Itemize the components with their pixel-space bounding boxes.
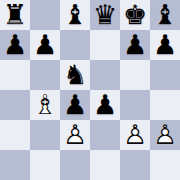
- black-pawn-c5[interactable]: ♟: [60, 90, 90, 120]
- square-e7[interactable]: ♟: [120, 30, 150, 60]
- square-d3[interactable]: [90, 150, 120, 180]
- square-c5[interactable]: ♟: [60, 90, 90, 120]
- square-d4[interactable]: [90, 120, 120, 150]
- square-f5[interactable]: [150, 90, 180, 120]
- black-bishop-c8[interactable]: ♝: [60, 0, 90, 30]
- square-d7[interactable]: [90, 30, 120, 60]
- black-knight-c6[interactable]: ♞: [60, 60, 90, 90]
- square-f6[interactable]: [150, 60, 180, 90]
- white-pawn-e4[interactable]: ♟♙: [120, 120, 150, 150]
- square-c7[interactable]: [60, 30, 90, 60]
- square-e4[interactable]: ♟♙: [120, 120, 150, 150]
- square-e3[interactable]: [120, 150, 150, 180]
- square-d8[interactable]: ♛: [90, 0, 120, 30]
- square-e5[interactable]: [120, 90, 150, 120]
- square-b3[interactable]: [30, 150, 60, 180]
- square-a6[interactable]: [0, 60, 30, 90]
- square-c4[interactable]: ♟♙: [60, 120, 90, 150]
- black-rook-a8[interactable]: ♜: [0, 0, 30, 30]
- square-b8[interactable]: [30, 0, 60, 30]
- piece-outline: ♙: [60, 120, 90, 150]
- square-d5[interactable]: ♟: [90, 90, 120, 120]
- square-a5[interactable]: [0, 90, 30, 120]
- square-b6[interactable]: [30, 60, 60, 90]
- white-pawn-f4[interactable]: ♟♙: [150, 120, 180, 150]
- black-pawn-a7[interactable]: ♟: [0, 30, 30, 60]
- black-pawn-d5[interactable]: ♟: [90, 90, 120, 120]
- square-f8[interactable]: ♝: [150, 0, 180, 30]
- square-a8[interactable]: ♜: [0, 0, 30, 30]
- black-pawn-b7[interactable]: ♟: [30, 30, 60, 60]
- chess-board: ♜♝♛♚♝♟♟♟♟♞♝♗♟♟♟♙♟♙♟♙: [0, 0, 180, 180]
- white-bishop-b5[interactable]: ♝♗: [30, 90, 60, 120]
- square-a3[interactable]: [0, 150, 30, 180]
- square-b4[interactable]: [30, 120, 60, 150]
- square-f3[interactable]: [150, 150, 180, 180]
- square-c8[interactable]: ♝: [60, 0, 90, 30]
- square-a4[interactable]: [0, 120, 30, 150]
- black-king-e8[interactable]: ♚: [120, 0, 150, 30]
- square-b7[interactable]: ♟: [30, 30, 60, 60]
- white-pawn-c4[interactable]: ♟♙: [60, 120, 90, 150]
- square-c3[interactable]: [60, 150, 90, 180]
- piece-outline: ♙: [120, 120, 150, 150]
- square-d6[interactable]: [90, 60, 120, 90]
- piece-outline: ♙: [150, 120, 180, 150]
- square-c6[interactable]: ♞: [60, 60, 90, 90]
- piece-outline: ♗: [30, 90, 60, 120]
- square-f7[interactable]: ♟: [150, 30, 180, 60]
- square-b5[interactable]: ♝♗: [30, 90, 60, 120]
- black-pawn-f7[interactable]: ♟: [150, 30, 180, 60]
- square-e6[interactable]: [120, 60, 150, 90]
- square-e8[interactable]: ♚: [120, 0, 150, 30]
- black-pawn-e7[interactable]: ♟: [120, 30, 150, 60]
- square-a7[interactable]: ♟: [0, 30, 30, 60]
- black-bishop-f8[interactable]: ♝: [150, 0, 180, 30]
- square-f4[interactable]: ♟♙: [150, 120, 180, 150]
- black-queen-d8[interactable]: ♛: [90, 0, 120, 30]
